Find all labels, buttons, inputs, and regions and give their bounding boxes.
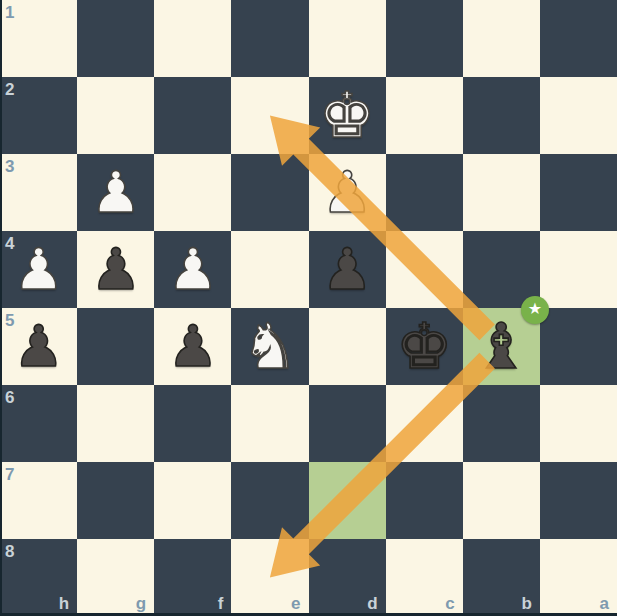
square-g4[interactable]: ♟: [77, 231, 154, 308]
square-c5[interactable]: ♚: [386, 308, 463, 385]
square-f4[interactable]: ♟: [154, 231, 231, 308]
square-e1[interactable]: [231, 0, 308, 77]
black-king-c5[interactable]: ♚: [386, 308, 463, 385]
square-d3[interactable]: ♟: [309, 154, 386, 231]
square-h8[interactable]: 8h: [0, 539, 77, 616]
square-h1[interactable]: 1: [0, 0, 77, 77]
square-b2[interactable]: [463, 77, 540, 154]
square-g5[interactable]: [77, 308, 154, 385]
square-e2[interactable]: [231, 77, 308, 154]
square-f5[interactable]: ♟: [154, 308, 231, 385]
square-c8[interactable]: c: [386, 539, 463, 616]
square-g3[interactable]: ♟: [77, 154, 154, 231]
white-pawn-f4[interactable]: ♟: [154, 231, 231, 308]
square-h3[interactable]: 3: [0, 154, 77, 231]
square-e5[interactable]: ♞: [231, 308, 308, 385]
file-label-a: a: [600, 595, 609, 612]
square-d2[interactable]: ♚: [309, 77, 386, 154]
square-a7[interactable]: [540, 462, 617, 539]
square-e3[interactable]: [231, 154, 308, 231]
star-icon: ★: [528, 301, 542, 317]
black-pawn-f5[interactable]: ♟: [154, 308, 231, 385]
square-h7[interactable]: 7: [0, 462, 77, 539]
file-label-h: h: [59, 595, 69, 612]
rank-label-2: 2: [5, 81, 14, 98]
square-f1[interactable]: [154, 0, 231, 77]
square-g8[interactable]: g: [77, 539, 154, 616]
white-knight-e5[interactable]: ♞: [231, 308, 308, 385]
white-king-d2[interactable]: ♚: [309, 77, 386, 154]
file-label-e: e: [291, 595, 300, 612]
black-pawn-g4[interactable]: ♟: [77, 231, 154, 308]
square-d7[interactable]: [309, 462, 386, 539]
square-c4[interactable]: [386, 231, 463, 308]
file-label-g: g: [136, 595, 146, 612]
file-label-b: b: [521, 595, 531, 612]
square-d6[interactable]: [309, 385, 386, 462]
file-label-d: d: [367, 595, 377, 612]
square-b3[interactable]: [463, 154, 540, 231]
square-d8[interactable]: d: [309, 539, 386, 616]
file-label-c: c: [445, 595, 454, 612]
black-pawn-h5[interactable]: ♟: [0, 308, 77, 385]
square-h6[interactable]: 6: [0, 385, 77, 462]
square-a4[interactable]: [540, 231, 617, 308]
square-g2[interactable]: [77, 77, 154, 154]
rank-label-1: 1: [5, 4, 14, 21]
square-h2[interactable]: 2: [0, 77, 77, 154]
square-f8[interactable]: f: [154, 539, 231, 616]
rank-label-3: 3: [5, 158, 14, 175]
rank-label-8: 8: [5, 543, 14, 560]
rank-label-6: 6: [5, 389, 14, 406]
square-g7[interactable]: [77, 462, 154, 539]
square-a8[interactable]: a: [540, 539, 617, 616]
square-f3[interactable]: [154, 154, 231, 231]
black-pawn-d4[interactable]: ♟: [309, 231, 386, 308]
square-d1[interactable]: [309, 0, 386, 77]
square-c2[interactable]: [386, 77, 463, 154]
square-e7[interactable]: [231, 462, 308, 539]
square-a5[interactable]: [540, 308, 617, 385]
square-b6[interactable]: [463, 385, 540, 462]
square-h4[interactable]: 4♟: [0, 231, 77, 308]
white-pawn-d3[interactable]: ♟: [309, 154, 386, 231]
square-b7[interactable]: [463, 462, 540, 539]
square-c7[interactable]: [386, 462, 463, 539]
white-pawn-h4[interactable]: ♟: [0, 231, 77, 308]
square-h5[interactable]: 5♟: [0, 308, 77, 385]
board-stage: 12♚3♟♟4♟♟♟♟5♟♟♞♚♝678hgfedcba ★: [0, 0, 617, 616]
square-c6[interactable]: [386, 385, 463, 462]
board-left-edge: [0, 0, 2, 616]
file-label-f: f: [218, 595, 224, 612]
square-f7[interactable]: [154, 462, 231, 539]
square-b8[interactable]: b: [463, 539, 540, 616]
square-a6[interactable]: [540, 385, 617, 462]
square-f6[interactable]: [154, 385, 231, 462]
square-d4[interactable]: ♟: [309, 231, 386, 308]
square-e8[interactable]: e: [231, 539, 308, 616]
square-e4[interactable]: [231, 231, 308, 308]
square-b1[interactable]: [463, 0, 540, 77]
square-f2[interactable]: [154, 77, 231, 154]
white-pawn-g3[interactable]: ♟: [77, 154, 154, 231]
square-d5[interactable]: [309, 308, 386, 385]
square-c1[interactable]: [386, 0, 463, 77]
square-c3[interactable]: [386, 154, 463, 231]
square-g1[interactable]: [77, 0, 154, 77]
square-a2[interactable]: [540, 77, 617, 154]
best-move-star-badge: ★: [521, 296, 549, 324]
square-e6[interactable]: [231, 385, 308, 462]
square-a1[interactable]: [540, 0, 617, 77]
square-a3[interactable]: [540, 154, 617, 231]
square-g6[interactable]: [77, 385, 154, 462]
rank-label-7: 7: [5, 466, 14, 483]
